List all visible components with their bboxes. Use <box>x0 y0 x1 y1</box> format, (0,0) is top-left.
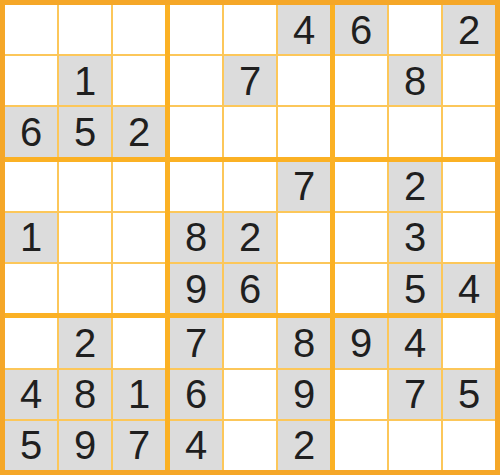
cell-r8c3[interactable]: 1 <box>113 370 165 419</box>
sudoku-box-6: 2354 <box>335 162 495 314</box>
cell-r8c8[interactable]: 7 <box>389 370 441 419</box>
cell-r1c7[interactable]: 6 <box>335 5 387 54</box>
cell-r1c6[interactable]: 4 <box>278 5 330 54</box>
sudoku-box-7: 2481597 <box>5 318 165 470</box>
cell-r7c8[interactable]: 4 <box>389 318 441 367</box>
cell-r1c8[interactable] <box>389 5 441 54</box>
cell-r2c1[interactable] <box>5 56 57 105</box>
cell-r7c9[interactable] <box>443 318 495 367</box>
cell-r4c8[interactable]: 2 <box>389 162 441 211</box>
cell-r3c2[interactable]: 5 <box>59 107 111 156</box>
cell-r4c4[interactable] <box>170 162 222 211</box>
cell-r6c9[interactable]: 4 <box>443 264 495 313</box>
cell-r8c1[interactable]: 4 <box>5 370 57 419</box>
cell-r3c6[interactable] <box>278 107 330 156</box>
cell-r7c3[interactable] <box>113 318 165 367</box>
cell-r4c6[interactable]: 7 <box>278 162 330 211</box>
cell-r8c7[interactable] <box>335 370 387 419</box>
cell-r3c5[interactable] <box>224 107 276 156</box>
cell-r8c4[interactable]: 6 <box>170 370 222 419</box>
sudoku-box-2: 47 <box>170 5 330 157</box>
cell-r6c8[interactable]: 5 <box>389 264 441 313</box>
cell-r4c9[interactable] <box>443 162 495 211</box>
cell-r6c3[interactable] <box>113 264 165 313</box>
cell-r1c9[interactable]: 2 <box>443 5 495 54</box>
cell-r6c1[interactable] <box>5 264 57 313</box>
cell-r5c2[interactable] <box>59 213 111 262</box>
sudoku-box-3: 628 <box>335 5 495 157</box>
sudoku-box-9: 9475 <box>335 318 495 470</box>
cell-r7c4[interactable]: 7 <box>170 318 222 367</box>
sudoku-box-5: 78296 <box>170 162 330 314</box>
cell-r8c9[interactable]: 5 <box>443 370 495 419</box>
cell-r3c8[interactable] <box>389 107 441 156</box>
cell-r8c2[interactable]: 8 <box>59 370 111 419</box>
cell-r6c4[interactable]: 9 <box>170 264 222 313</box>
cell-r9c4[interactable]: 4 <box>170 421 222 470</box>
cell-r2c4[interactable] <box>170 56 222 105</box>
cell-r2c5[interactable]: 7 <box>224 56 276 105</box>
cell-r3c4[interactable] <box>170 107 222 156</box>
cell-r1c2[interactable] <box>59 5 111 54</box>
cell-r5c7[interactable] <box>335 213 387 262</box>
sudoku-box-4: 1 <box>5 162 165 314</box>
sudoku-box-1: 1652 <box>5 5 165 157</box>
cell-r6c6[interactable] <box>278 264 330 313</box>
cell-r2c2[interactable]: 1 <box>59 56 111 105</box>
cell-r8c5[interactable] <box>224 370 276 419</box>
cell-r1c5[interactable] <box>224 5 276 54</box>
cell-r9c9[interactable] <box>443 421 495 470</box>
cell-r7c6[interactable]: 8 <box>278 318 330 367</box>
cell-r9c8[interactable] <box>389 421 441 470</box>
cell-r5c9[interactable] <box>443 213 495 262</box>
cell-r8c6[interactable]: 9 <box>278 370 330 419</box>
cell-r2c6[interactable] <box>278 56 330 105</box>
cell-r7c7[interactable]: 9 <box>335 318 387 367</box>
cell-r5c5[interactable]: 2 <box>224 213 276 262</box>
cell-r9c7[interactable] <box>335 421 387 470</box>
cell-r5c4[interactable]: 8 <box>170 213 222 262</box>
cell-r4c2[interactable] <box>59 162 111 211</box>
cell-r3c7[interactable] <box>335 107 387 156</box>
cell-r3c3[interactable]: 2 <box>113 107 165 156</box>
cell-r6c5[interactable]: 6 <box>224 264 276 313</box>
cell-r6c2[interactable] <box>59 264 111 313</box>
cell-r3c9[interactable] <box>443 107 495 156</box>
cell-r2c8[interactable]: 8 <box>389 56 441 105</box>
cell-r9c1[interactable]: 5 <box>5 421 57 470</box>
cell-r5c3[interactable] <box>113 213 165 262</box>
cell-r1c3[interactable] <box>113 5 165 54</box>
cell-r2c9[interactable] <box>443 56 495 105</box>
sudoku-box-8: 786942 <box>170 318 330 470</box>
cell-r1c1[interactable] <box>5 5 57 54</box>
cell-r4c1[interactable] <box>5 162 57 211</box>
cell-r4c7[interactable] <box>335 162 387 211</box>
cell-r9c5[interactable] <box>224 421 276 470</box>
cell-r1c4[interactable] <box>170 5 222 54</box>
cell-r7c5[interactable] <box>224 318 276 367</box>
cell-r9c2[interactable]: 9 <box>59 421 111 470</box>
cell-r5c8[interactable]: 3 <box>389 213 441 262</box>
cell-r5c6[interactable] <box>278 213 330 262</box>
cell-r9c6[interactable]: 2 <box>278 421 330 470</box>
cell-r3c1[interactable]: 6 <box>5 107 57 156</box>
sudoku-board: 1652 47 628 1 78296 2354 2481597 786942 … <box>0 0 500 475</box>
cell-r5c1[interactable]: 1 <box>5 213 57 262</box>
cell-r9c3[interactable]: 7 <box>113 421 165 470</box>
cell-r7c1[interactable] <box>5 318 57 367</box>
cell-r4c3[interactable] <box>113 162 165 211</box>
cell-r6c7[interactable] <box>335 264 387 313</box>
cell-r7c2[interactable]: 2 <box>59 318 111 367</box>
cell-r2c7[interactable] <box>335 56 387 105</box>
cell-r4c5[interactable] <box>224 162 276 211</box>
cell-r2c3[interactable] <box>113 56 165 105</box>
